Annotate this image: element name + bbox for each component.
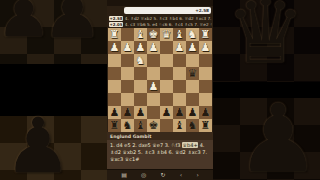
backdrop-black-pawn-4: ♟: [236, 92, 320, 180]
square-e7[interactable]: [147, 106, 160, 119]
white-queen[interactable]: ♛: [162, 29, 172, 40]
black-rook[interactable]: ♜: [110, 120, 120, 131]
square-d7[interactable]: ♟: [160, 106, 173, 119]
black-knight[interactable]: ♞: [123, 120, 133, 131]
chess-board[interactable]: ♜♝♚♛♝♞♜♟♟♟♟♟♟♟♞♛♟♟♟♟♟♟♟♟♜♞♝♚♝♞♜: [108, 28, 212, 132]
black-pawn[interactable]: ♟: [110, 107, 120, 118]
square-c6[interactable]: [173, 93, 186, 106]
square-a6[interactable]: [199, 93, 212, 106]
engine-line-1-moves: 4. ♗d2 ♕xb2 5. ♗c3 ♗b4 6. ♕d2 ♗xc3 7. ♕x…: [125, 16, 212, 21]
white-bishop[interactable]: ♝: [175, 29, 185, 40]
square-a3[interactable]: [199, 54, 212, 67]
black-pawn[interactable]: ♟: [175, 107, 185, 118]
black-rook[interactable]: ♜: [201, 120, 211, 131]
square-c3[interactable]: [173, 54, 186, 67]
engine-line-2-moves: 4. c3 ♕b6 5. e4 ♘c6 6. ♗c4 ♗c5 7. ♕e2 ♘g…: [125, 22, 212, 27]
white-pawn[interactable]: ♟: [188, 42, 198, 53]
square-h6[interactable]: [108, 93, 121, 106]
square-d4[interactable]: [160, 67, 173, 80]
square-f3[interactable]: ♞: [134, 54, 147, 67]
square-h2[interactable]: ♟: [108, 41, 121, 54]
move-list[interactable]: 1. d4 e5 2. dxe5 ♕e7 3. ♘f3 ♕b4+ 4. ♗d2 …: [107, 140, 213, 169]
square-c5[interactable]: [173, 80, 186, 93]
square-g3[interactable]: [121, 54, 134, 67]
white-pawn[interactable]: ♟: [201, 42, 211, 53]
square-g8[interactable]: ♞: [121, 119, 134, 132]
square-f5[interactable]: [134, 80, 147, 93]
opening-name: Englund Gambit: [110, 134, 151, 139]
square-h8[interactable]: ♜: [108, 119, 121, 132]
square-a2[interactable]: ♟: [199, 41, 212, 54]
square-c7[interactable]: ♟: [173, 106, 186, 119]
square-e5[interactable]: ♟: [147, 80, 160, 93]
engine-line-2-eval-badge: +2.05: [109, 22, 124, 27]
black-pawn[interactable]: ♟: [136, 107, 146, 118]
white-pawn[interactable]: ♟: [149, 81, 159, 92]
square-e3[interactable]: [147, 54, 160, 67]
square-g2[interactable]: ♟: [121, 41, 134, 54]
analyze-icon[interactable]: ↻: [161, 172, 166, 178]
white-rook[interactable]: ♜: [201, 29, 211, 40]
white-rook[interactable]: ♜: [110, 29, 120, 40]
square-c2[interactable]: ♟: [173, 41, 186, 54]
square-d5[interactable]: [160, 80, 173, 93]
square-e2[interactable]: ♟: [147, 41, 160, 54]
square-g4[interactable]: [121, 67, 134, 80]
square-b3[interactable]: [186, 54, 199, 67]
square-e8[interactable]: ♚: [147, 119, 160, 132]
square-f6[interactable]: [134, 93, 147, 106]
square-b2[interactable]: ♟: [186, 41, 199, 54]
black-bishop[interactable]: ♝: [175, 120, 185, 131]
square-a4[interactable]: [199, 67, 212, 80]
square-e4[interactable]: [147, 67, 160, 80]
black-knight[interactable]: ♞: [188, 120, 198, 131]
white-knight[interactable]: ♞: [136, 55, 146, 66]
white-pawn[interactable]: ♟: [110, 42, 120, 53]
square-c4[interactable]: [173, 67, 186, 80]
next-move-icon[interactable]: ›: [196, 172, 198, 178]
black-bishop[interactable]: ♝: [136, 120, 146, 131]
square-h4[interactable]: [108, 67, 121, 80]
bottom-nav-bar: ▤◎↻‹›: [107, 169, 213, 180]
engine-icon[interactable]: ◎: [141, 172, 146, 178]
square-a5[interactable]: [199, 80, 212, 93]
square-g5[interactable]: [121, 80, 134, 93]
engine-line-1-eval-badge: +2.58: [109, 16, 124, 21]
square-f7[interactable]: ♟: [134, 106, 147, 119]
square-b4[interactable]: ♛: [186, 67, 199, 80]
square-b8[interactable]: ♞: [186, 119, 199, 132]
white-bishop[interactable]: ♝: [136, 29, 146, 40]
square-c1[interactable]: ♝: [173, 28, 186, 41]
square-b6[interactable]: [186, 93, 199, 106]
square-f4[interactable]: [134, 67, 147, 80]
square-g7[interactable]: ♟: [121, 106, 134, 119]
engine-bar-row: +2.58: [107, 6, 213, 15]
moves-before-current[interactable]: 1. d4 e5 2. dxe5 ♕e7 3. ♘f3: [110, 142, 182, 148]
white-pawn[interactable]: ♟: [175, 42, 185, 53]
black-pawn[interactable]: ♟: [162, 107, 172, 118]
backdrop-black-pawn-3: ♟: [4, 108, 72, 180]
square-a8[interactable]: ♜: [199, 119, 212, 132]
backdrop-black-queen: ♛: [226, 0, 305, 76]
square-f2[interactable]: ♟: [134, 41, 147, 54]
square-f8[interactable]: ♝: [134, 119, 147, 132]
engine-eval-value: +2.58: [195, 8, 209, 13]
black-queen[interactable]: ♛: [188, 68, 198, 79]
white-knight[interactable]: ♞: [188, 29, 198, 40]
opening-name-bar: Englund Gambit: [107, 132, 213, 140]
white-pawn[interactable]: ♟: [123, 42, 133, 53]
white-pawn[interactable]: ♟: [136, 42, 146, 53]
black-pawn[interactable]: ♟: [188, 107, 198, 118]
engine-eval-bar[interactable]: +2.58: [124, 7, 211, 14]
square-e6[interactable]: [147, 93, 160, 106]
backdrop-black-pawn-2: ♟: [42, 0, 103, 48]
white-king[interactable]: ♚: [149, 29, 159, 40]
square-b1[interactable]: ♞: [186, 28, 199, 41]
black-pawn[interactable]: ♟: [201, 107, 211, 118]
square-a7[interactable]: ♟: [199, 106, 212, 119]
current-move[interactable]: ♕b4+: [182, 142, 198, 148]
square-c8[interactable]: ♝: [173, 119, 186, 132]
screenshot-root: ♟♟♟♛♟ +2.58 +2.58 4. ♗d2 ♕xb2 5. ♗c3 ♗b4…: [0, 0, 320, 180]
square-d8[interactable]: [160, 119, 173, 132]
square-a1[interactable]: ♜: [199, 28, 212, 41]
square-h1[interactable]: ♜: [108, 28, 121, 41]
square-d2[interactable]: [160, 41, 173, 54]
square-f1[interactable]: ♝: [134, 28, 147, 41]
prev-move-icon[interactable]: ‹: [180, 172, 182, 178]
chess-app-screen: +2.58 +2.58 4. ♗d2 ♕xb2 5. ♗c3 ♗b4 6. ♕d…: [107, 0, 213, 180]
menu-icon[interactable]: ▤: [121, 172, 127, 178]
square-d6[interactable]: [160, 93, 173, 106]
square-g6[interactable]: [121, 93, 134, 106]
engine-line-2[interactable]: +2.05 4. c3 ♕b6 5. e4 ♘c6 6. ♗c4 ♗c5 7. …: [107, 21, 213, 27]
square-b5[interactable]: [186, 80, 199, 93]
square-h5[interactable]: [108, 80, 121, 93]
square-e1[interactable]: ♚: [147, 28, 160, 41]
black-pawn[interactable]: ♟: [123, 107, 133, 118]
square-d1[interactable]: ♛: [160, 28, 173, 41]
square-h3[interactable]: [108, 54, 121, 67]
square-d3[interactable]: [160, 54, 173, 67]
square-h7[interactable]: ♟: [108, 106, 121, 119]
white-pawn[interactable]: ♟: [149, 42, 159, 53]
square-b7[interactable]: ♟: [186, 106, 199, 119]
black-king[interactable]: ♚: [149, 120, 159, 131]
square-g1[interactable]: [121, 28, 134, 41]
